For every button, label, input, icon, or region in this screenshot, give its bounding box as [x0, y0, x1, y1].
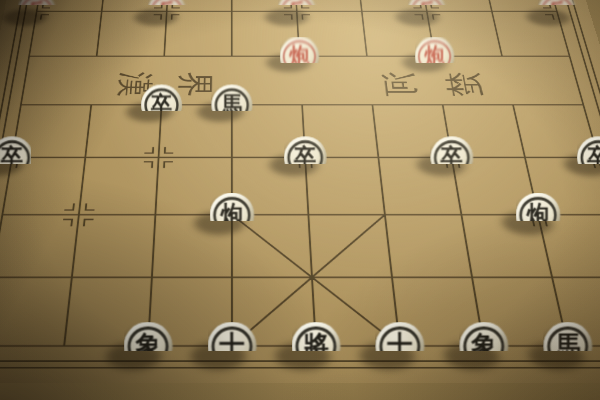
piece-black-horse-h10[interactable]: 馬 [543, 321, 592, 370]
cell-g4: 兵 [391, 0, 463, 33]
cell-g10: 象 [437, 311, 533, 383]
xiangqi-photo: 兵兵兵兵兵炮炮卒馬卒卒卒卒炮炮象士將士象馬 漢界河楚 [0, 0, 600, 400]
cell-d10: 士 [189, 311, 275, 383]
river-label-right-1: 楚 [437, 72, 492, 97]
piece-black-elephant-g10[interactable]: 象 [459, 321, 508, 370]
river-label-right-0: 河 [373, 72, 426, 97]
cell-h8: 炮 [494, 185, 584, 245]
board-grid: 兵兵兵兵兵炮炮卒馬卒卒卒卒炮炮象士將士象馬 [0, 0, 600, 383]
cell-g7: 卒 [411, 131, 494, 186]
piece-black-soldier-a7[interactable]: 卒 [0, 136, 33, 179]
piece-black-soldier-i7[interactable]: 卒 [577, 136, 600, 179]
piece-glyph: 炮 [526, 202, 549, 228]
piece-black-advisor-f10[interactable]: 士 [375, 321, 424, 370]
perspective-stage: 兵兵兵兵兵炮炮卒馬卒卒卒卒炮炮象士將士象馬 漢界河楚 [0, 0, 600, 400]
cell-i7: 卒 [555, 131, 600, 186]
cell-e4: 兵 [264, 0, 332, 33]
cell-h10: 馬 [519, 311, 600, 383]
cell-a7: 卒 [0, 131, 52, 186]
cell-i4: 兵 [519, 0, 596, 33]
piece-black-soldier-g7[interactable]: 卒 [430, 136, 473, 179]
cell-c4: 兵 [132, 0, 199, 33]
piece-black-elephant-c10[interactable]: 象 [124, 321, 173, 370]
cell-f10: 士 [355, 311, 447, 383]
cell-e10: 將 [273, 311, 361, 383]
cell-c10: 象 [103, 311, 191, 383]
cell-a4: 兵 [0, 0, 72, 33]
piece-glyph: 炮 [220, 202, 243, 228]
cell-d8: 炮 [193, 185, 271, 245]
xiangqi-board: 兵兵兵兵兵炮炮卒馬卒卒卒卒炮炮象士將士象馬 漢界河楚 [0, 0, 600, 383]
cell-e7: 卒 [268, 131, 344, 186]
cell-e5: 炮 [265, 33, 335, 80]
piece-black-advisor-d10[interactable]: 士 [208, 321, 257, 370]
piece-black-general-e10[interactable]: 將 [291, 321, 340, 370]
piece-black-soldier-e7[interactable]: 卒 [284, 136, 327, 179]
